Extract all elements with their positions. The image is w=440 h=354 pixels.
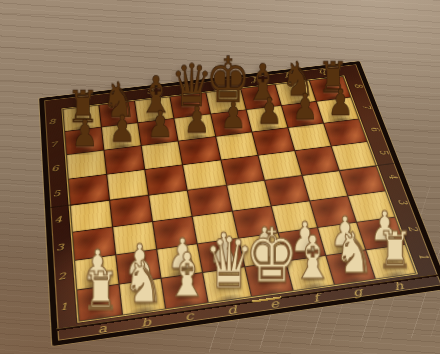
piece-black-pawn: ♟ bbox=[256, 93, 282, 130]
square-b7: ♟ bbox=[102, 123, 141, 150]
square-d1: ♛ bbox=[204, 267, 251, 302]
square-b1: ♞ bbox=[120, 279, 165, 315]
square-d4 bbox=[188, 185, 231, 215]
piece-anchor: ♟ bbox=[139, 120, 178, 145]
piece-white-bishop: ♝ bbox=[165, 245, 208, 305]
rank-label: 1 bbox=[52, 290, 76, 324]
table-surface: abcdefgh 87654321 87654321 abcdefgh ♜♞♝♛… bbox=[0, 0, 440, 354]
piece-black-pawn: ♟ bbox=[183, 101, 210, 138]
square-a1: ♜ bbox=[77, 285, 122, 321]
square-a5 bbox=[69, 175, 109, 205]
rank-label: 4 bbox=[47, 205, 69, 235]
piece-black-pawn: ♟ bbox=[292, 89, 318, 126]
square-a7: ♟ bbox=[65, 128, 103, 155]
piece-anchor: ♜ bbox=[77, 281, 122, 320]
piece-black-pawn: ♟ bbox=[109, 110, 136, 147]
piece-anchor: ♞ bbox=[119, 272, 165, 314]
piece-anchor: ♟ bbox=[175, 116, 214, 140]
square-e7: ♟ bbox=[211, 110, 251, 136]
rank-label: 3 bbox=[49, 232, 72, 263]
piece-black-pawn: ♟ bbox=[220, 97, 246, 134]
rank-label: 8 bbox=[42, 110, 62, 135]
piece-anchor: ♟ bbox=[65, 129, 103, 154]
square-g7: ♟ bbox=[282, 102, 323, 128]
piece-anchor: ♟ bbox=[282, 103, 323, 127]
square-a4 bbox=[71, 200, 112, 231]
square-f7: ♟ bbox=[246, 106, 287, 132]
piece-white-knight: ♞ bbox=[334, 225, 374, 281]
square-c1: ♝ bbox=[162, 273, 208, 308]
piece-anchor: ♟ bbox=[247, 107, 287, 131]
piece-white-rook: ♜ bbox=[82, 264, 120, 317]
piece-anchor: ♟ bbox=[102, 124, 141, 149]
square-d7: ♟ bbox=[175, 114, 215, 140]
square-c7: ♟ bbox=[139, 119, 178, 146]
piece-anchor: ♟ bbox=[211, 111, 251, 135]
piece-black-pawn: ♟ bbox=[146, 106, 173, 143]
chess-board: abcdefgh 87654321 87654321 abcdefgh ♜♞♝♛… bbox=[39, 61, 440, 346]
piece-white-queen: ♛ bbox=[204, 229, 254, 299]
piece-white-rook: ♜ bbox=[377, 224, 413, 275]
piece-anchor: ♝ bbox=[161, 264, 208, 307]
scene: abcdefgh 87654321 87654321 abcdefgh ♜♞♝♛… bbox=[0, 0, 440, 354]
piece-white-knight: ♞ bbox=[123, 253, 164, 311]
piece-black-pawn: ♟ bbox=[72, 115, 99, 153]
